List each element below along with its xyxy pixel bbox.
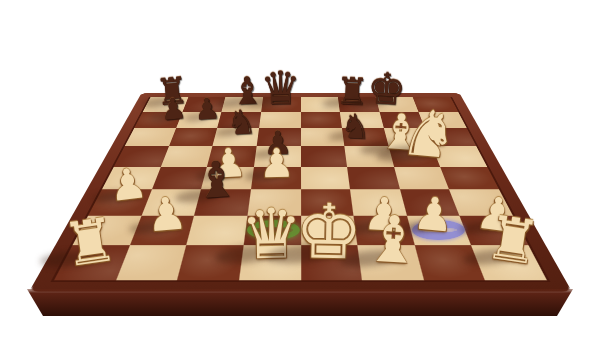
piece-white-rook-h1[interactable]: ♜ [479,205,547,273]
piece-black-bishop-c3[interactable]: ♝ [190,155,242,207]
piece-white-king-e1[interactable]: ♚ [290,194,367,271]
piece-black-knight-f6[interactable]: ♞ [338,110,372,144]
piece-white-pawn-d4[interactable]: ♟ [257,143,297,183]
piece-white-rook-a1[interactable]: ♜ [56,208,124,276]
piece-black-queen-d8[interactable]: ♛ [258,66,304,112]
piece-white-pawn-b2[interactable]: ♟ [142,190,191,239]
piece-black-knight-c6[interactable]: ♞ [224,105,258,139]
chess-app-stage: ♜♝♛♜♚♟♟♞♞♟♝♞♟♟♝♟♟♟♟♟♜♛♚♝♜ [0,0,600,337]
piece-black-pawn-a7[interactable]: ♟ [157,94,188,125]
pieces-overlay: ♜♝♛♜♚♟♟♞♞♟♝♞♟♟♝♟♟♟♟♟♜♛♚♝♜ [0,0,600,337]
piece-black-pawn-b7[interactable]: ♟ [192,94,222,124]
piece-white-knight-h5[interactable]: ♞ [394,101,463,170]
piece-white-bishop-f1[interactable]: ♝ [359,206,427,274]
